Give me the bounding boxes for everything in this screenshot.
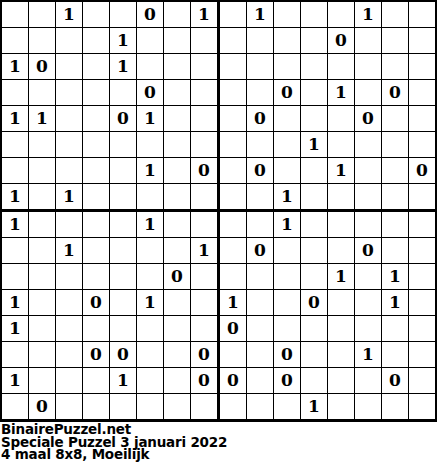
cell-r6c12: 1 [301, 132, 328, 158]
cell-r14c10[interactable] [247, 342, 274, 368]
cell-r13c15[interactable] [382, 316, 409, 342]
cell-r6c7[interactable] [164, 132, 191, 158]
cell-r14c5: 0 [110, 342, 137, 368]
cell-r5c16[interactable] [409, 106, 435, 132]
cell-r9c11: 1 [274, 212, 301, 238]
cell-r16c6[interactable] [137, 394, 164, 419]
cell-r5c9[interactable] [220, 106, 247, 132]
cell-r12c7[interactable] [164, 290, 191, 316]
cell-r8c4[interactable] [83, 184, 110, 212]
cell-r5c11[interactable] [274, 106, 301, 132]
cell-r6c9[interactable] [220, 132, 247, 158]
cell-r2c8[interactable] [191, 28, 220, 54]
cell-r11c10[interactable] [247, 264, 274, 290]
cell-r13c4[interactable] [83, 316, 110, 342]
cell-r10c14: 0 [355, 238, 382, 264]
cell-r12c11[interactable] [274, 290, 301, 316]
cell-r15c4[interactable] [83, 368, 110, 394]
cell-r14c14: 1 [355, 342, 382, 368]
cell-r2c1[interactable] [2, 28, 29, 54]
cell-r2c14[interactable] [355, 28, 382, 54]
cell-r8c10[interactable] [247, 184, 274, 212]
cell-r13c10[interactable] [247, 316, 274, 342]
cell-r8c12[interactable] [301, 184, 328, 212]
cell-r15c11: 0 [274, 368, 301, 394]
cell-r2c13: 0 [328, 28, 355, 54]
cell-r15c14[interactable] [355, 368, 382, 394]
cell-r8c14[interactable] [355, 184, 382, 212]
cell-r6c16[interactable] [409, 132, 435, 158]
cell-r13c9: 0 [220, 316, 247, 342]
cell-r13c3[interactable] [56, 316, 83, 342]
cell-r7c13: 1 [328, 158, 355, 184]
cell-r9c10[interactable] [247, 212, 274, 238]
cell-r4c9[interactable] [220, 80, 247, 106]
cell-r11c3[interactable] [56, 264, 83, 290]
cell-r7c16: 0 [409, 158, 435, 184]
cell-r8c1: 1 [2, 184, 29, 212]
cell-r8c9[interactable] [220, 184, 247, 212]
cell-r13c12[interactable] [301, 316, 328, 342]
cell-r10c10: 0 [247, 238, 274, 264]
cell-r1c6: 0 [137, 2, 164, 28]
cell-r9c15[interactable] [382, 212, 409, 238]
cell-r15c2[interactable] [29, 368, 56, 394]
cell-r4c6: 0 [137, 80, 164, 106]
cell-r5c12[interactable] [301, 106, 328, 132]
cell-r10c1[interactable] [2, 238, 29, 264]
cell-r12c13[interactable] [328, 290, 355, 316]
cell-r16c11[interactable] [274, 394, 301, 419]
cell-r6c13[interactable] [328, 132, 355, 158]
cell-r14c12[interactable] [301, 342, 328, 368]
cell-r16c14[interactable] [355, 394, 382, 419]
cell-r7c1[interactable] [2, 158, 29, 184]
cell-r4c10[interactable] [247, 80, 274, 106]
cell-r10c9[interactable] [220, 238, 247, 264]
cell-r6c6[interactable] [137, 132, 164, 158]
cell-r7c9[interactable] [220, 158, 247, 184]
cell-r3c6[interactable] [137, 54, 164, 80]
cell-r4c5[interactable] [110, 80, 137, 106]
cell-r5c5: 0 [110, 106, 137, 132]
cell-r6c5[interactable] [110, 132, 137, 158]
cell-r2c3[interactable] [56, 28, 83, 54]
cell-r7c8: 0 [191, 158, 220, 184]
cell-r8c13[interactable] [328, 184, 355, 212]
cell-r15c5: 1 [110, 368, 137, 394]
cell-r13c5[interactable] [110, 316, 137, 342]
cell-r3c3[interactable] [56, 54, 83, 80]
cell-r13c11[interactable] [274, 316, 301, 342]
cell-r7c4[interactable] [83, 158, 110, 184]
cell-r12c12: 0 [301, 290, 328, 316]
cell-r5c13[interactable] [328, 106, 355, 132]
cell-r2c16[interactable] [409, 28, 435, 54]
cell-r2c7[interactable] [164, 28, 191, 54]
cell-r13c16[interactable] [409, 316, 435, 342]
cell-r12c5[interactable] [110, 290, 137, 316]
cell-r9c5[interactable] [110, 212, 137, 238]
cell-r14c1[interactable] [2, 342, 29, 368]
cell-r1c12[interactable] [301, 2, 328, 28]
cell-r16c12: 1 [301, 394, 328, 419]
cell-r15c8: 0 [191, 368, 220, 394]
cell-r16c13[interactable] [328, 394, 355, 419]
cell-r13c1: 1 [2, 316, 29, 342]
cell-r14c9[interactable] [220, 342, 247, 368]
cell-r4c13: 1 [328, 80, 355, 106]
cell-r3c7[interactable] [164, 54, 191, 80]
cell-r2c9[interactable] [220, 28, 247, 54]
cell-r15c16[interactable] [409, 368, 435, 394]
caption: BinairePuzzel.net Speciale Puzzel 3 janu… [0, 422, 437, 461]
cell-r7c5[interactable] [110, 158, 137, 184]
cell-r2c4[interactable] [83, 28, 110, 54]
cell-r9c4[interactable] [83, 212, 110, 238]
cell-r6c15[interactable] [382, 132, 409, 158]
cell-r9c12[interactable] [301, 212, 328, 238]
cell-r4c8[interactable] [191, 80, 220, 106]
cell-r7c14[interactable] [355, 158, 382, 184]
cell-r1c9[interactable] [220, 2, 247, 28]
cell-r14c4: 0 [83, 342, 110, 368]
cell-r4c3[interactable] [56, 80, 83, 106]
cell-r7c12[interactable] [301, 158, 328, 184]
cell-r11c13: 1 [328, 264, 355, 290]
cell-r1c10: 1 [247, 2, 274, 28]
cell-r2c5: 1 [110, 28, 137, 54]
cell-r12c2[interactable] [29, 290, 56, 316]
cell-r2c2[interactable] [29, 28, 56, 54]
cell-r13c14[interactable] [355, 316, 382, 342]
cell-r10c3: 1 [56, 238, 83, 264]
cell-r11c14[interactable] [355, 264, 382, 290]
cell-r1c1[interactable] [2, 2, 29, 28]
cell-r15c1: 1 [2, 368, 29, 394]
cell-r6c4[interactable] [83, 132, 110, 158]
cell-r14c2[interactable] [29, 342, 56, 368]
cell-r9c16[interactable] [409, 212, 435, 238]
cell-r9c9[interactable] [220, 212, 247, 238]
cell-r10c13[interactable] [328, 238, 355, 264]
cell-r15c15: 0 [382, 368, 409, 394]
cell-r4c2[interactable] [29, 80, 56, 106]
cell-r12c6: 1 [137, 290, 164, 316]
cell-r12c16[interactable] [409, 290, 435, 316]
cell-r8c11: 1 [274, 184, 301, 212]
cell-r5c3[interactable] [56, 106, 83, 132]
cell-r5c14: 0 [355, 106, 382, 132]
cell-r7c11[interactable] [274, 158, 301, 184]
cell-r4c16[interactable] [409, 80, 435, 106]
cell-r11c4[interactable] [83, 264, 110, 290]
cell-r10c12[interactable] [301, 238, 328, 264]
cell-r11c15: 1 [382, 264, 409, 290]
cell-r1c14: 1 [355, 2, 382, 28]
cell-r16c2: 0 [29, 394, 56, 419]
cell-r14c13[interactable] [328, 342, 355, 368]
cell-r4c1[interactable] [2, 80, 29, 106]
cell-r12c15: 1 [382, 290, 409, 316]
cell-r7c15[interactable] [382, 158, 409, 184]
cell-r2c15[interactable] [382, 28, 409, 54]
cell-r1c4[interactable] [83, 2, 110, 28]
cell-r10c7[interactable] [164, 238, 191, 264]
cell-r13c2[interactable] [29, 316, 56, 342]
cell-r11c2[interactable] [29, 264, 56, 290]
cell-r15c12[interactable] [301, 368, 328, 394]
cell-r16c5[interactable] [110, 394, 137, 419]
cell-r14c15[interactable] [382, 342, 409, 368]
cell-r11c7: 0 [164, 264, 191, 290]
cell-r16c16[interactable] [409, 394, 435, 419]
cell-r5c8[interactable] [191, 106, 220, 132]
cell-r9c7[interactable] [164, 212, 191, 238]
cell-r1c3: 1 [56, 2, 83, 28]
cell-r3c16[interactable] [409, 54, 435, 80]
cell-r1c5[interactable] [110, 2, 137, 28]
cell-r8c2[interactable] [29, 184, 56, 212]
cell-r11c12[interactable] [301, 264, 328, 290]
cell-r3c8[interactable] [191, 54, 220, 80]
cell-r3c12[interactable] [301, 54, 328, 80]
cell-r14c6[interactable] [137, 342, 164, 368]
cell-r8c16[interactable] [409, 184, 435, 212]
cell-r5c2: 1 [29, 106, 56, 132]
cell-r3c1: 1 [2, 54, 29, 80]
cell-r7c7[interactable] [164, 158, 191, 184]
cell-r12c10[interactable] [247, 290, 274, 316]
cell-r6c1[interactable] [2, 132, 29, 158]
cell-r14c16[interactable] [409, 342, 435, 368]
cell-r9c8[interactable] [191, 212, 220, 238]
cell-r8c8[interactable] [191, 184, 220, 212]
cell-r16c3[interactable] [56, 394, 83, 419]
cell-r3c15[interactable] [382, 54, 409, 80]
cell-r13c13[interactable] [328, 316, 355, 342]
cell-r16c1[interactable] [2, 394, 29, 419]
cell-r9c2[interactable] [29, 212, 56, 238]
cell-r16c7[interactable] [164, 394, 191, 419]
cell-r10c8: 1 [191, 238, 220, 264]
cell-r7c3[interactable] [56, 158, 83, 184]
cell-r10c16[interactable] [409, 238, 435, 264]
cell-r11c11[interactable] [274, 264, 301, 290]
cell-r7c2[interactable] [29, 158, 56, 184]
cell-r10c6[interactable] [137, 238, 164, 264]
cell-r8c6[interactable] [137, 184, 164, 212]
cell-r9c3[interactable] [56, 212, 83, 238]
cell-r10c4[interactable] [83, 238, 110, 264]
cell-r4c14[interactable] [355, 80, 382, 106]
puzzle-subtitle: 4 maal 8x8, Moeilijk [1, 448, 437, 461]
cell-r15c3[interactable] [56, 368, 83, 394]
cell-r1c8: 1 [191, 2, 220, 28]
cell-r12c14[interactable] [355, 290, 382, 316]
cell-r5c15[interactable] [382, 106, 409, 132]
cell-r6c14[interactable] [355, 132, 382, 158]
cell-r3c13[interactable] [328, 54, 355, 80]
cell-r10c2[interactable] [29, 238, 56, 264]
cell-r15c10[interactable] [247, 368, 274, 394]
cell-r16c10[interactable] [247, 394, 274, 419]
cell-r16c4[interactable] [83, 394, 110, 419]
cell-r11c5[interactable] [110, 264, 137, 290]
cell-r6c10[interactable] [247, 132, 274, 158]
cell-r12c4: 0 [83, 290, 110, 316]
cell-r3c2: 0 [29, 54, 56, 80]
cell-r8c5[interactable] [110, 184, 137, 212]
cell-r1c2[interactable] [29, 2, 56, 28]
cell-r14c11: 0 [274, 342, 301, 368]
cell-r8c15[interactable] [382, 184, 409, 212]
cell-r1c15[interactable] [382, 2, 409, 28]
cell-r12c8[interactable] [191, 290, 220, 316]
cell-r4c4[interactable] [83, 80, 110, 106]
cell-r11c8[interactable] [191, 264, 220, 290]
cell-r9c6: 1 [137, 212, 164, 238]
cell-r16c8[interactable] [191, 394, 220, 419]
cell-r1c7[interactable] [164, 2, 191, 28]
cell-r6c2[interactable] [29, 132, 56, 158]
cell-r11c16[interactable] [409, 264, 435, 290]
cell-r3c4[interactable] [83, 54, 110, 80]
cell-r16c9[interactable] [220, 394, 247, 419]
cell-r11c9[interactable] [220, 264, 247, 290]
cell-r14c8: 0 [191, 342, 220, 368]
cell-r10c11[interactable] [274, 238, 301, 264]
cell-r3c14[interactable] [355, 54, 382, 80]
cell-r2c10[interactable] [247, 28, 274, 54]
cell-r3c9[interactable] [220, 54, 247, 80]
cell-r4c15: 0 [382, 80, 409, 106]
cell-r15c6[interactable] [137, 368, 164, 394]
cell-r12c1: 1 [2, 290, 29, 316]
cell-r14c7[interactable] [164, 342, 191, 368]
cell-r10c5[interactable] [110, 238, 137, 264]
cell-r6c3[interactable] [56, 132, 83, 158]
cell-r10c15[interactable] [382, 238, 409, 264]
puzzle-grid: 1011110101001011010011001011111111000111… [0, 0, 437, 422]
cell-r13c6[interactable] [137, 316, 164, 342]
cell-r9c14[interactable] [355, 212, 382, 238]
cell-r2c6[interactable] [137, 28, 164, 54]
cell-r3c11[interactable] [274, 54, 301, 80]
cell-r9c13[interactable] [328, 212, 355, 238]
cell-r15c13[interactable] [328, 368, 355, 394]
cell-r8c7[interactable] [164, 184, 191, 212]
cell-r15c7[interactable] [164, 368, 191, 394]
cell-r15c9: 0 [220, 368, 247, 394]
cell-r12c9: 1 [220, 290, 247, 316]
cell-r13c7[interactable] [164, 316, 191, 342]
cell-r7c6: 1 [137, 158, 164, 184]
cell-r5c7[interactable] [164, 106, 191, 132]
cell-r11c6[interactable] [137, 264, 164, 290]
cell-r2c11[interactable] [274, 28, 301, 54]
cell-r1c16[interactable] [409, 2, 435, 28]
cell-r1c11[interactable] [274, 2, 301, 28]
cell-r11c1[interactable] [2, 264, 29, 290]
cell-r9c1: 1 [2, 212, 29, 238]
cell-r4c11: 0 [274, 80, 301, 106]
cell-r3c10[interactable] [247, 54, 274, 80]
cell-r1c13[interactable] [328, 2, 355, 28]
cell-r6c11[interactable] [274, 132, 301, 158]
cell-r2c12[interactable] [301, 28, 328, 54]
cell-r13c8[interactable] [191, 316, 220, 342]
cell-r12c3[interactable] [56, 290, 83, 316]
cell-r5c4[interactable] [83, 106, 110, 132]
cell-r5c6: 1 [137, 106, 164, 132]
cell-r4c7[interactable] [164, 80, 191, 106]
cell-r14c3[interactable] [56, 342, 83, 368]
cell-r5c10: 0 [247, 106, 274, 132]
cell-r4c12[interactable] [301, 80, 328, 106]
cell-r16c15[interactable] [382, 394, 409, 419]
cell-r8c3: 1 [56, 184, 83, 212]
cell-r6c8[interactable] [191, 132, 220, 158]
cell-r5c1: 1 [2, 106, 29, 132]
cell-r7c10: 0 [247, 158, 274, 184]
cell-r3c5: 1 [110, 54, 137, 80]
